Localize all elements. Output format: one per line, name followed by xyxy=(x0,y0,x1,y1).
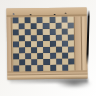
board-square[interactable] xyxy=(68,65,74,71)
board-edge-shadow-right xyxy=(86,10,90,65)
frame-seam-bottom xyxy=(7,74,87,76)
cast-shadow-bottom-right xyxy=(56,79,92,88)
board-photo xyxy=(0,0,96,96)
wood-grain-line xyxy=(7,14,87,16)
checkers-board xyxy=(7,7,88,79)
frame-seam-right xyxy=(80,17,82,71)
checker-grid xyxy=(13,17,75,72)
knot-mark xyxy=(12,13,14,15)
